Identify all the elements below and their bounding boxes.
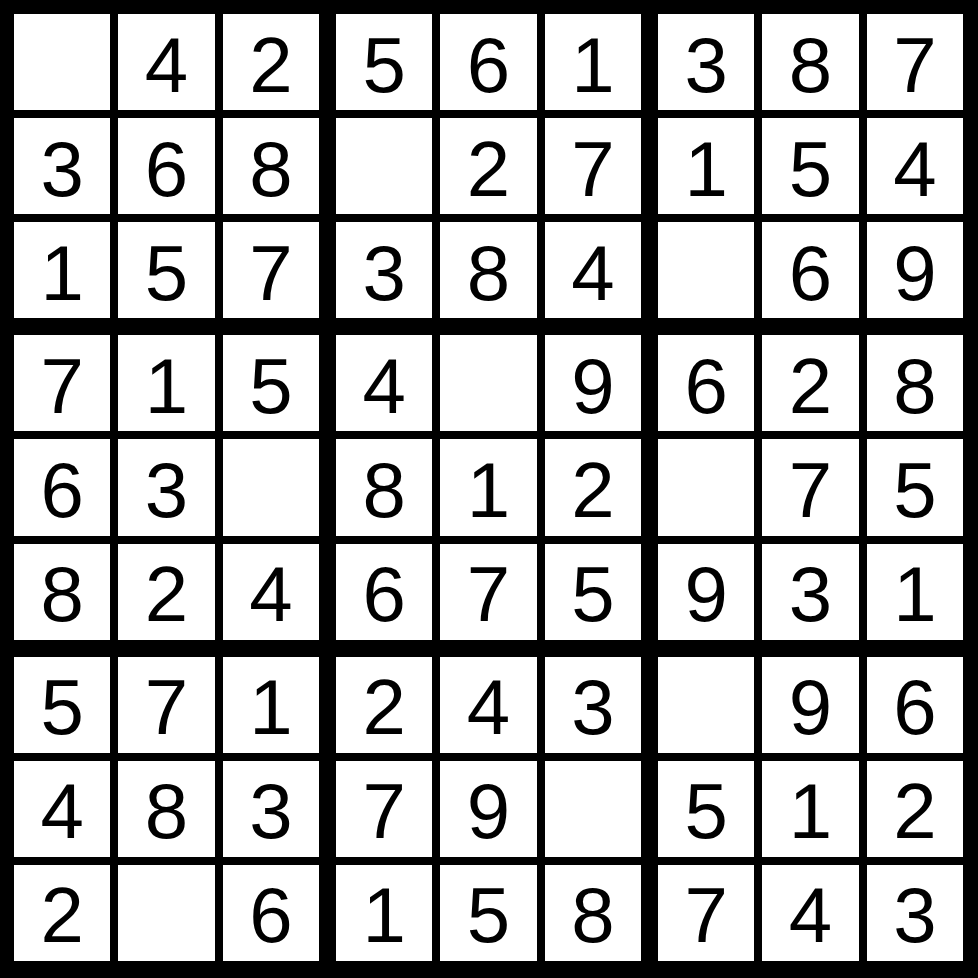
cell-r4c1: 7 bbox=[14, 335, 110, 431]
cell-r6c4: 6 bbox=[336, 544, 432, 640]
cell-r7c7[interactable] bbox=[658, 657, 754, 753]
cell-r9c5: 5 bbox=[440, 865, 536, 961]
cell-r9c8: 4 bbox=[762, 865, 858, 961]
cell-r4c7: 6 bbox=[658, 335, 754, 431]
cell-r5c7[interactable] bbox=[658, 439, 754, 535]
cell-r1c8: 8 bbox=[762, 14, 858, 110]
cell-r7c8: 9 bbox=[762, 657, 858, 753]
cell-r2c9: 4 bbox=[867, 118, 963, 214]
cell-r8c6[interactable] bbox=[545, 761, 641, 857]
box-6: 62875931 bbox=[658, 335, 963, 639]
cell-r5c5: 1 bbox=[440, 439, 536, 535]
box-2: 56127384 bbox=[336, 14, 641, 318]
cell-r6c6: 5 bbox=[545, 544, 641, 640]
cell-r8c7: 5 bbox=[658, 761, 754, 857]
cell-r3c4: 3 bbox=[336, 222, 432, 318]
cell-r6c2: 2 bbox=[118, 544, 214, 640]
cell-r9c9: 3 bbox=[867, 865, 963, 961]
cell-r5c2: 3 bbox=[118, 439, 214, 535]
cell-r4c5[interactable] bbox=[440, 335, 536, 431]
cell-r8c2: 8 bbox=[118, 761, 214, 857]
cell-r7c3: 1 bbox=[223, 657, 319, 753]
cell-r4c4: 4 bbox=[336, 335, 432, 431]
cell-r9c6: 8 bbox=[545, 865, 641, 961]
cell-r3c8: 6 bbox=[762, 222, 858, 318]
cell-r2c2: 6 bbox=[118, 118, 214, 214]
cell-r1c7: 3 bbox=[658, 14, 754, 110]
cell-r9c7: 7 bbox=[658, 865, 754, 961]
cell-r4c8: 2 bbox=[762, 335, 858, 431]
cell-r3c6: 4 bbox=[545, 222, 641, 318]
cell-r2c4[interactable] bbox=[336, 118, 432, 214]
cell-r8c9: 2 bbox=[867, 761, 963, 857]
cell-r9c4: 1 bbox=[336, 865, 432, 961]
cell-r7c5: 4 bbox=[440, 657, 536, 753]
cell-r7c9: 6 bbox=[867, 657, 963, 753]
box-7: 57148326 bbox=[14, 657, 319, 961]
cell-r5c3[interactable] bbox=[223, 439, 319, 535]
cell-r4c9: 8 bbox=[867, 335, 963, 431]
box-4: 71563824 bbox=[14, 335, 319, 639]
cell-r2c7: 1 bbox=[658, 118, 754, 214]
box-9: 96512743 bbox=[658, 657, 963, 961]
cell-r2c3: 8 bbox=[223, 118, 319, 214]
cell-r8c5: 9 bbox=[440, 761, 536, 857]
cell-r9c1: 2 bbox=[14, 865, 110, 961]
cell-r8c3: 3 bbox=[223, 761, 319, 857]
cell-r1c9: 7 bbox=[867, 14, 963, 110]
cell-r3c5: 8 bbox=[440, 222, 536, 318]
cell-r6c7: 9 bbox=[658, 544, 754, 640]
cell-r4c2: 1 bbox=[118, 335, 214, 431]
box-1: 42368157 bbox=[14, 14, 319, 318]
cell-r5c1: 6 bbox=[14, 439, 110, 535]
box-5: 49812675 bbox=[336, 335, 641, 639]
box-3: 38715469 bbox=[658, 14, 963, 318]
cell-r1c4: 5 bbox=[336, 14, 432, 110]
cell-r1c2: 4 bbox=[118, 14, 214, 110]
cell-r6c3: 4 bbox=[223, 544, 319, 640]
cell-r7c6: 3 bbox=[545, 657, 641, 753]
cell-r3c2: 5 bbox=[118, 222, 214, 318]
box-8: 24379158 bbox=[336, 657, 641, 961]
cell-r3c1: 1 bbox=[14, 222, 110, 318]
cell-r2c5: 2 bbox=[440, 118, 536, 214]
cell-r7c4: 2 bbox=[336, 657, 432, 753]
cell-r3c7[interactable] bbox=[658, 222, 754, 318]
cell-r2c6: 7 bbox=[545, 118, 641, 214]
cell-r8c8: 1 bbox=[762, 761, 858, 857]
cell-r5c9: 5 bbox=[867, 439, 963, 535]
cell-r2c1: 3 bbox=[14, 118, 110, 214]
cell-r1c5: 6 bbox=[440, 14, 536, 110]
cell-r6c1: 8 bbox=[14, 544, 110, 640]
cell-r1c6: 1 bbox=[545, 14, 641, 110]
cell-r1c1[interactable] bbox=[14, 14, 110, 110]
cell-r4c3: 5 bbox=[223, 335, 319, 431]
sudoku-board: 4236815756127384387154697156382449812675… bbox=[0, 0, 978, 978]
cell-r7c2: 7 bbox=[118, 657, 214, 753]
cell-r9c2[interactable] bbox=[118, 865, 214, 961]
cell-r5c6: 2 bbox=[545, 439, 641, 535]
cell-r7c1: 5 bbox=[14, 657, 110, 753]
cell-r3c3: 7 bbox=[223, 222, 319, 318]
cell-r6c8: 3 bbox=[762, 544, 858, 640]
cell-r4c6: 9 bbox=[545, 335, 641, 431]
cell-r1c3: 2 bbox=[223, 14, 319, 110]
cell-r2c8: 5 bbox=[762, 118, 858, 214]
cell-r8c1: 4 bbox=[14, 761, 110, 857]
cell-r5c8: 7 bbox=[762, 439, 858, 535]
cell-r6c5: 7 bbox=[440, 544, 536, 640]
cell-r3c9: 9 bbox=[867, 222, 963, 318]
cell-r6c9: 1 bbox=[867, 544, 963, 640]
cell-r8c4: 7 bbox=[336, 761, 432, 857]
cell-r5c4: 8 bbox=[336, 439, 432, 535]
cell-r9c3: 6 bbox=[223, 865, 319, 961]
